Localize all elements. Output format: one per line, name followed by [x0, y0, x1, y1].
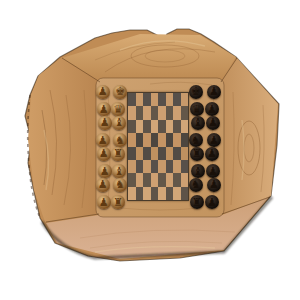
board-square[interactable]: [128, 120, 136, 133]
chess-piece[interactable]: ♜: [111, 195, 125, 209]
board-square[interactable]: [143, 160, 151, 173]
chess-piece[interactable]: ♟: [205, 102, 219, 116]
board-square[interactable]: [151, 187, 159, 200]
board-square[interactable]: [166, 147, 174, 160]
board-square[interactable]: [128, 160, 136, 173]
board-square[interactable]: [181, 147, 189, 160]
board-square[interactable]: [151, 106, 159, 119]
board-square[interactable]: [136, 173, 144, 186]
chess-piece[interactable]: ♞: [113, 178, 127, 192]
board-square[interactable]: [136, 187, 144, 200]
board-square[interactable]: [143, 147, 151, 160]
board-square[interactable]: [173, 133, 181, 146]
board-square[interactable]: [173, 187, 181, 200]
board-square[interactable]: [181, 93, 189, 106]
board-square[interactable]: [143, 93, 151, 106]
chess-piece[interactable]: ♟: [97, 147, 111, 161]
board-square[interactable]: [158, 93, 166, 106]
board-square[interactable]: [173, 120, 181, 133]
board-square[interactable]: [158, 106, 166, 119]
board-square[interactable]: [181, 173, 189, 186]
board-square[interactable]: [181, 187, 189, 200]
chess-piece[interactable]: ♟: [98, 116, 112, 130]
board-square[interactable]: [158, 133, 166, 146]
chess-piece[interactable]: ♟: [96, 133, 110, 147]
chess-piece[interactable]: ♝: [112, 164, 126, 178]
board-square[interactable]: [151, 147, 159, 160]
chess-piece[interactable]: ♟: [206, 164, 220, 178]
board-square[interactable]: [151, 120, 159, 133]
board-square[interactable]: [128, 133, 136, 146]
board-square[interactable]: [136, 133, 144, 146]
board-square[interactable]: [128, 187, 136, 200]
chess-piece[interactable]: ♟: [98, 164, 112, 178]
chess-piece[interactable]: ♝: [191, 116, 205, 130]
board-square[interactable]: [173, 147, 181, 160]
chess-piece[interactable]: ♚: [189, 85, 203, 99]
board-square[interactable]: [173, 106, 181, 119]
board-square[interactable]: [128, 93, 136, 106]
board-square[interactable]: [143, 133, 151, 146]
board-square[interactable]: [136, 93, 144, 106]
board-square[interactable]: [143, 120, 151, 133]
board-square[interactable]: [128, 173, 136, 186]
board-square[interactable]: [128, 106, 136, 119]
board-square[interactable]: [166, 106, 174, 119]
board-square[interactable]: [151, 133, 159, 146]
board-square[interactable]: [158, 187, 166, 200]
chess-piece[interactable]: ♜: [190, 195, 204, 209]
chess-piece[interactable]: ♜: [111, 147, 125, 161]
chess-piece[interactable]: ♟: [207, 85, 221, 99]
chess-piece[interactable]: ♝: [191, 164, 205, 178]
board-square[interactable]: [128, 147, 136, 160]
board-square[interactable]: [136, 147, 144, 160]
chess-piece[interactable]: ♟: [97, 195, 111, 209]
board-square[interactable]: [181, 120, 189, 133]
board-square[interactable]: [166, 133, 174, 146]
chess-piece[interactable]: ♟: [96, 178, 110, 192]
chess-piece[interactable]: ♟: [205, 147, 219, 161]
board-square[interactable]: [151, 160, 159, 173]
board-square[interactable]: [158, 120, 166, 133]
board-square[interactable]: [143, 173, 151, 186]
board-square[interactable]: [166, 93, 174, 106]
board-square[interactable]: [158, 160, 166, 173]
chess-piece[interactable]: ♟: [96, 85, 110, 99]
chess-piece[interactable]: ♛: [111, 102, 125, 116]
board-square[interactable]: [181, 106, 189, 119]
chess-piece[interactable]: ♞: [189, 133, 203, 147]
chess-board[interactable]: [127, 92, 189, 201]
board-square[interactable]: [136, 160, 144, 173]
board-square[interactable]: [173, 93, 181, 106]
board-square[interactable]: [143, 106, 151, 119]
chess-piece[interactable]: ♟: [205, 195, 219, 209]
chess-piece[interactable]: ♟: [97, 102, 111, 116]
chess-piece[interactable]: ♞: [189, 178, 203, 192]
board-square[interactable]: [173, 173, 181, 186]
tray-panel-right: [221, 58, 278, 214]
board-square[interactable]: [151, 93, 159, 106]
chess-piece[interactable]: ♛: [190, 102, 204, 116]
board-square[interactable]: [166, 173, 174, 186]
board-square[interactable]: [181, 133, 189, 146]
chess-piece[interactable]: ♜: [190, 147, 204, 161]
board-square[interactable]: [173, 160, 181, 173]
board-square[interactable]: [166, 160, 174, 173]
chess-set-photo: ♟♟♟♟♟♟♟♟♚♛♝♞♜♝♞♜ ♚♛♝♞♜♝♞♜♟♟♟♟♟♟♟♟: [0, 0, 300, 300]
board-square[interactable]: [136, 120, 144, 133]
chess-piece[interactable]: ♟: [207, 133, 221, 147]
board-square[interactable]: [143, 187, 151, 200]
board-square[interactable]: [166, 187, 174, 200]
chess-piece[interactable]: ♞: [113, 133, 127, 147]
board-square[interactable]: [181, 160, 189, 173]
board-square[interactable]: [136, 106, 144, 119]
black-pieces-tray: ♚♛♝♞♜♝♞♜♟♟♟♟♟♟♟♟: [189, 85, 221, 209]
board-square[interactable]: [158, 173, 166, 186]
chess-piece[interactable]: ♟: [207, 178, 221, 192]
board-square[interactable]: [158, 147, 166, 160]
chess-piece[interactable]: ♟: [206, 116, 220, 130]
chess-piece[interactable]: ♚: [113, 85, 127, 99]
board-square[interactable]: [166, 120, 174, 133]
chess-piece[interactable]: ♝: [112, 116, 126, 130]
board-square[interactable]: [151, 173, 159, 186]
white-pieces-tray: ♟♟♟♟♟♟♟♟♚♛♝♞♜♝♞♜: [96, 85, 127, 209]
tray-panel-left: [28, 58, 100, 222]
